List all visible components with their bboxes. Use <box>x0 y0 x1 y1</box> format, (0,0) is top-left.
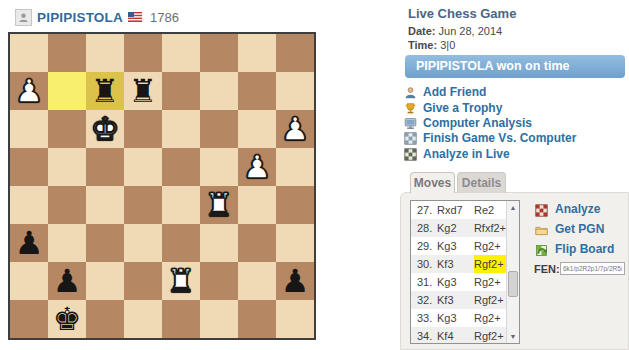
board-square[interactable] <box>276 300 314 338</box>
board-square[interactable] <box>238 110 276 148</box>
give-trophy-label: Give a Trophy <box>423 101 502 115</box>
move-row: 31.Kg3Rg2+ <box>411 273 506 291</box>
board-square[interactable] <box>238 186 276 224</box>
tab-details[interactable]: Details <box>457 172 506 193</box>
analyze-button[interactable]: Analyze <box>535 201 600 217</box>
move-list-scrollbar[interactable]: ▲ ▼ <box>506 201 519 343</box>
board-square[interactable] <box>124 148 162 186</box>
black-king-piece[interactable]: ♚ <box>53 300 82 338</box>
board-square[interactable] <box>48 148 86 186</box>
board-square[interactable] <box>86 224 124 262</box>
board-square[interactable] <box>48 110 86 148</box>
chess-board[interactable]: ♟♜♜♚♟♟♜♟♟♜♟♚ <box>8 32 316 340</box>
board-square[interactable]: ♟ <box>238 148 276 186</box>
black-move[interactable]: Rgf2+ <box>474 327 506 343</box>
trophy-icon <box>404 101 417 114</box>
board-square[interactable] <box>200 148 238 186</box>
board-square[interactable] <box>48 34 86 72</box>
move-row: 27.Rxd7Re2 <box>411 201 506 219</box>
board-square[interactable] <box>10 262 48 300</box>
flip-board-label: Flip Board <box>555 242 614 256</box>
white-rook-piece[interactable]: ♜ <box>205 186 234 224</box>
white-move[interactable]: Kg3 <box>437 237 474 255</box>
board-square[interactable]: ♟ <box>48 262 86 300</box>
board-square[interactable]: ♟ <box>276 262 314 300</box>
board-square[interactable] <box>124 262 162 300</box>
white-move[interactable]: Kf4 <box>437 327 474 343</box>
black-move[interactable]: Rgf2+ <box>474 255 506 273</box>
board-square[interactable] <box>162 110 200 148</box>
white-move[interactable]: Kg3 <box>437 309 474 327</box>
scroll-down-icon[interactable]: ▼ <box>507 330 519 343</box>
board-square[interactable] <box>86 34 124 72</box>
board-square[interactable] <box>86 186 124 224</box>
finish-vs-computer-link[interactable]: Finish Game Vs. Computer <box>404 130 576 145</box>
get-pgn-icon <box>535 223 548 236</box>
white-pawn-piece[interactable]: ♟ <box>281 110 310 148</box>
board-square[interactable] <box>200 110 238 148</box>
time-value: 3|0 <box>440 39 455 51</box>
board-square[interactable] <box>86 262 124 300</box>
board-square[interactable] <box>238 34 276 72</box>
move-number: 28. <box>411 219 437 237</box>
board-square[interactable] <box>10 34 48 72</box>
player-avatar-icon[interactable] <box>15 9 32 26</box>
white-pawn-piece[interactable]: ♟ <box>15 72 44 110</box>
fen-input[interactable] <box>560 262 625 275</box>
black-move[interactable]: Rgf2+ <box>474 291 506 309</box>
black-rook-piece[interactable]: ♜ <box>129 72 158 110</box>
move-number: 33. <box>411 309 437 327</box>
us-flag-icon <box>128 8 142 26</box>
white-move[interactable]: Kf3 <box>437 255 474 273</box>
board-square[interactable] <box>124 34 162 72</box>
board-square[interactable] <box>162 300 200 338</box>
black-rook-piece[interactable]: ♜ <box>91 72 120 110</box>
board-square[interactable] <box>10 300 48 338</box>
board-square[interactable] <box>124 300 162 338</box>
finish-vs-computer-label: Finish Game Vs. Computer <box>423 131 576 145</box>
flip-board-icon <box>535 243 548 256</box>
move-row: 32.Kf3Rgf2+ <box>411 291 506 309</box>
player-rating: 1786 <box>150 10 179 25</box>
fen-label: FEN: <box>534 263 560 275</box>
board-square[interactable] <box>200 224 238 262</box>
board-square[interactable]: ♜ <box>124 72 162 110</box>
board-square[interactable] <box>238 224 276 262</box>
white-pawn-piece[interactable]: ♟ <box>243 148 272 186</box>
white-move[interactable]: Kg2 <box>437 219 474 237</box>
analyze-in-live-link[interactable]: Analyze in Live <box>404 146 510 161</box>
board-square[interactable] <box>200 262 238 300</box>
board-square[interactable]: ♜ <box>200 186 238 224</box>
player-name[interactable]: PIPIPISTOLA <box>37 10 123 25</box>
board-square[interactable] <box>162 186 200 224</box>
board-square[interactable] <box>238 72 276 110</box>
board-square[interactable]: ♟ <box>10 224 48 262</box>
computer-analysis-link[interactable]: Computer Analysis <box>404 115 532 130</box>
board-square[interactable] <box>238 262 276 300</box>
board-square[interactable]: ♚ <box>86 110 124 148</box>
get-pgn-label: Get PGN <box>555 222 604 236</box>
move-number: 29. <box>411 237 437 255</box>
analyze-label: Analyze <box>555 202 600 216</box>
move-number: 30. <box>411 255 437 273</box>
get-pgn-button[interactable]: Get PGN <box>535 221 604 237</box>
analyze-live-icon <box>404 147 417 160</box>
date-value: Jun 28, 2014 <box>439 25 503 37</box>
board-square[interactable] <box>162 72 200 110</box>
add-friend-link[interactable]: Add Friend <box>404 84 486 99</box>
board-square[interactable] <box>162 148 200 186</box>
move-number: 31. <box>411 273 437 291</box>
move-number: 32. <box>411 291 437 309</box>
time-label: Time: <box>408 39 437 51</box>
board-square[interactable] <box>124 110 162 148</box>
game-time-control: Time: 3|0 <box>408 39 455 51</box>
board-square[interactable]: ♜ <box>162 262 200 300</box>
player-header: PIPIPISTOLA 1786 <box>15 8 179 26</box>
move-number: 27. <box>411 201 437 219</box>
white-rook-piece[interactable]: ♜ <box>167 262 196 300</box>
white-move[interactable]: Kf3 <box>437 291 474 309</box>
board-square[interactable] <box>124 224 162 262</box>
board-square[interactable] <box>86 148 124 186</box>
black-move[interactable]: Rg2+ <box>474 237 506 255</box>
move-number: 34. <box>411 327 437 343</box>
black-pawn-piece[interactable]: ♟ <box>281 262 310 300</box>
board-square[interactable] <box>238 300 276 338</box>
board-square[interactable]: ♚ <box>48 300 86 338</box>
white-move[interactable]: Kg3 <box>437 273 474 291</box>
vs-computer-icon <box>404 131 417 144</box>
board-square[interactable] <box>48 72 86 110</box>
give-trophy-link[interactable]: Give a Trophy <box>404 100 502 115</box>
add-friend-label: Add Friend <box>423 85 486 99</box>
board-square[interactable] <box>200 34 238 72</box>
board-square[interactable] <box>124 186 162 224</box>
board-square[interactable] <box>86 300 124 338</box>
white-king-piece[interactable]: ♚ <box>91 110 120 148</box>
board-square[interactable]: ♟ <box>10 72 48 110</box>
add-friend-icon <box>404 85 417 98</box>
move-row: 34.Kf4Rgf2+ <box>411 327 506 343</box>
move-row: 33.Kg3Rg2+ <box>411 309 506 327</box>
black-pawn-piece[interactable]: ♟ <box>53 262 82 300</box>
board-square[interactable] <box>276 34 314 72</box>
board-square[interactable] <box>276 148 314 186</box>
board-square[interactable] <box>10 110 48 148</box>
scrollbar-thumb[interactable] <box>508 271 518 297</box>
computer-analysis-icon <box>404 116 417 129</box>
result-banner: PIPIPISTOLA won on time <box>405 55 625 78</box>
move-row: 28.Kg2Rfxf2+ <box>411 219 506 237</box>
board-square[interactable] <box>48 186 86 224</box>
board-square[interactable] <box>162 224 200 262</box>
live-chess-game-page: PIPIPISTOLA 1786 ♟♜♜♚♟♟♜♟♟♜♟♚ Live Chess… <box>0 0 629 350</box>
move-rows: 27.Rxd7Re228.Kg2Rfxf2+29.Kg3Rg2+30.Kf3Rg… <box>411 201 506 343</box>
computer-analysis-label: Computer Analysis <box>423 116 532 130</box>
scroll-up-icon[interactable]: ▲ <box>507 201 519 214</box>
analyze-in-live-label: Analyze in Live <box>423 147 510 161</box>
white-move[interactable]: Rxd7 <box>437 201 474 219</box>
black-move[interactable]: Rg2+ <box>474 309 506 327</box>
board-square[interactable] <box>276 186 314 224</box>
black-move[interactable]: Rfxf2+ <box>474 219 506 237</box>
board-square[interactable] <box>10 186 48 224</box>
flip-board-button[interactable]: Flip Board <box>535 241 614 257</box>
analyze-icon <box>535 203 548 216</box>
game-date: Date: Jun 28, 2014 <box>408 25 502 37</box>
board-square[interactable] <box>276 72 314 110</box>
move-list: 27.Rxd7Re228.Kg2Rfxf2+29.Kg3Rg2+30.Kf3Rg… <box>410 200 520 344</box>
black-move[interactable]: Rg2+ <box>474 273 506 291</box>
board-square[interactable] <box>200 300 238 338</box>
board-square[interactable]: ♜ <box>86 72 124 110</box>
board-square[interactable] <box>276 224 314 262</box>
black-move[interactable]: Re2 <box>474 201 506 219</box>
board-square[interactable] <box>162 34 200 72</box>
board-square[interactable] <box>10 148 48 186</box>
board-square[interactable]: ♟ <box>276 110 314 148</box>
page-title: Live Chess Game <box>408 6 516 21</box>
board-square[interactable] <box>48 224 86 262</box>
move-row: 29.Kg3Rg2+ <box>411 237 506 255</box>
move-row: 30.Kf3Rgf2+ <box>411 255 506 273</box>
black-pawn-piece[interactable]: ♟ <box>15 224 44 262</box>
tab-moves[interactable]: Moves <box>410 172 455 193</box>
board-square[interactable] <box>200 72 238 110</box>
date-label: Date: <box>408 25 436 37</box>
